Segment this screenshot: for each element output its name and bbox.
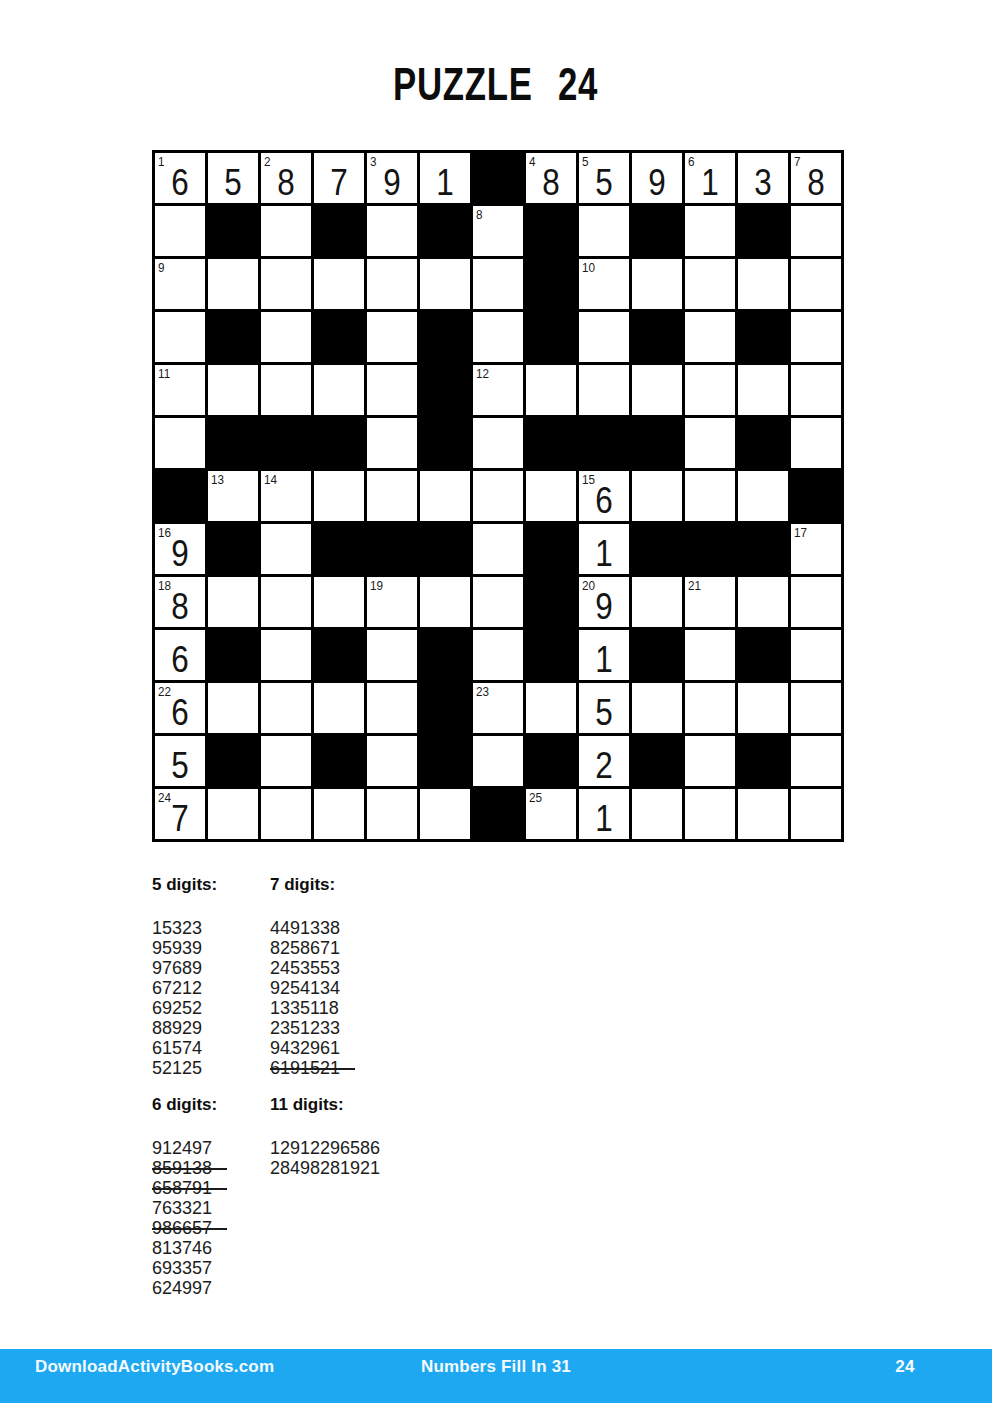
black-cell xyxy=(420,524,470,574)
grid-cell[interactable]: 10 xyxy=(579,259,629,309)
grid-cell[interactable] xyxy=(261,736,311,786)
clue-section-header: 7 digits: xyxy=(270,876,388,894)
clue-list-item: 9254134 xyxy=(270,978,340,998)
grid-cell[interactable]: 1 xyxy=(420,153,470,203)
clue-list-item: 9432961 xyxy=(270,1038,340,1058)
grid-cell[interactable] xyxy=(685,471,735,521)
black-cell xyxy=(632,418,682,468)
grid-cell[interactable]: 61 xyxy=(685,153,735,203)
black-cell xyxy=(738,312,788,362)
grid-cell[interactable] xyxy=(791,206,841,256)
grid-cell[interactable] xyxy=(685,418,735,468)
grid-cell[interactable]: 8 xyxy=(473,206,523,256)
grid-cell[interactable]: 55 xyxy=(579,153,629,203)
cell-digit: 3 xyxy=(742,164,785,201)
grid-cell[interactable] xyxy=(685,259,735,309)
clue-section-header: 5 digits: xyxy=(152,876,270,894)
black-cell xyxy=(208,736,258,786)
footer-page-number: 24 xyxy=(880,1357,930,1377)
black-cell xyxy=(208,524,258,574)
black-cell xyxy=(632,524,682,574)
puzzle-grid: 1652873914855961378891011121314156169117… xyxy=(152,150,844,842)
grid-cell[interactable]: 2 xyxy=(579,736,629,786)
cell-digit: 6 xyxy=(159,641,202,678)
grid-cell[interactable] xyxy=(367,471,417,521)
cell-digit: 5 xyxy=(583,164,626,201)
grid-cell[interactable] xyxy=(261,789,311,839)
black-cell xyxy=(473,789,523,839)
grid-cell[interactable]: 16 xyxy=(155,153,205,203)
grid-cell[interactable] xyxy=(208,789,258,839)
grid-cell[interactable] xyxy=(791,365,841,415)
clue-number: 17 xyxy=(794,526,807,539)
grid-cell[interactable]: 12 xyxy=(473,365,523,415)
black-cell xyxy=(314,524,364,574)
grid-cell[interactable] xyxy=(685,630,735,680)
clue-list: 4491338825867124535539254134133511823512… xyxy=(270,918,388,1078)
black-cell xyxy=(208,630,258,680)
clue-list-item: 52125 xyxy=(152,1058,202,1078)
cell-digit: 6 xyxy=(583,482,626,519)
cell-digit: 1 xyxy=(424,164,467,201)
grid-cell[interactable] xyxy=(738,789,788,839)
grid-cell[interactable] xyxy=(314,471,364,521)
grid-cell[interactable]: 11 xyxy=(155,365,205,415)
clue-list-item: 2351233 xyxy=(270,1018,340,1038)
grid-cell[interactable] xyxy=(791,577,841,627)
cell-digit: 2 xyxy=(583,747,626,784)
clue-section-header: 6 digits: xyxy=(152,1096,270,1114)
clue-list-item: 88929 xyxy=(152,1018,202,1038)
black-cell xyxy=(314,312,364,362)
cell-digit: 9 xyxy=(159,535,202,572)
clue-list: 1291229658628498281921 xyxy=(270,1138,388,1178)
grid-cell[interactable]: 188 xyxy=(155,577,205,627)
black-cell xyxy=(420,365,470,415)
cell-digit: 1 xyxy=(583,641,626,678)
grid-cell[interactable] xyxy=(420,789,470,839)
clue-list-item: 67212 xyxy=(152,978,202,998)
grid-cell[interactable] xyxy=(261,577,311,627)
clue-number: 19 xyxy=(370,579,383,592)
cell-digit: 6 xyxy=(159,694,202,731)
grid-cell[interactable] xyxy=(632,577,682,627)
clue-number: 14 xyxy=(264,473,277,486)
grid-cell[interactable] xyxy=(473,312,523,362)
grid-cell[interactable] xyxy=(314,577,364,627)
grid-cell[interactable] xyxy=(208,683,258,733)
cell-digit: 1 xyxy=(689,164,732,201)
grid-cell[interactable] xyxy=(526,471,576,521)
black-cell xyxy=(208,206,258,256)
black-cell xyxy=(579,418,629,468)
grid-cell[interactable] xyxy=(579,365,629,415)
grid-cell[interactable]: 28 xyxy=(261,153,311,203)
grid-cell[interactable]: 209 xyxy=(579,577,629,627)
grid-cell[interactable] xyxy=(632,683,682,733)
grid-cell[interactable] xyxy=(261,206,311,256)
black-cell xyxy=(738,630,788,680)
cell-digit: 8 xyxy=(159,588,202,625)
grid-cell[interactable]: 14 xyxy=(261,471,311,521)
clue-list-item: 1335118 xyxy=(270,998,339,1018)
black-cell xyxy=(155,471,205,521)
grid-cell[interactable] xyxy=(420,259,470,309)
black-cell xyxy=(208,312,258,362)
grid-cell[interactable] xyxy=(208,577,258,627)
clue-lists-row-1: 5 digits: 153239593997689672126925288929… xyxy=(152,876,388,1078)
grid-cell[interactable]: 169 xyxy=(155,524,205,574)
cell-digit: 6 xyxy=(159,164,202,201)
grid-cell[interactable] xyxy=(261,365,311,415)
grid-cell[interactable] xyxy=(738,471,788,521)
clue-list-item: 2453553 xyxy=(270,958,340,978)
cell-digit: 9 xyxy=(636,164,679,201)
clue-list: 9124978591386587917633219866578137466933… xyxy=(152,1138,270,1298)
cell-digit: 7 xyxy=(318,164,361,201)
grid-cell[interactable] xyxy=(314,259,364,309)
grid-cell[interactable] xyxy=(208,365,258,415)
clue-section-6-digits: 6 digits: 912497859138658791763321986657… xyxy=(152,1096,270,1298)
grid-cell[interactable]: 1 xyxy=(579,789,629,839)
cell-digit: 5 xyxy=(212,164,255,201)
clue-list-item: 912497 xyxy=(152,1138,212,1158)
clue-number: 8 xyxy=(476,208,483,221)
grid-cell[interactable] xyxy=(367,418,417,468)
black-cell xyxy=(473,153,523,203)
black-cell xyxy=(738,206,788,256)
clue-number: 13 xyxy=(211,473,224,486)
black-cell xyxy=(420,630,470,680)
grid-cell[interactable]: 5 xyxy=(208,153,258,203)
grid-cell[interactable] xyxy=(155,206,205,256)
grid-cell[interactable] xyxy=(473,471,523,521)
black-cell xyxy=(738,736,788,786)
clue-section-header: 11 digits: xyxy=(270,1096,388,1114)
grid-cell[interactable] xyxy=(261,630,311,680)
clue-list-item: 813746 xyxy=(152,1238,212,1258)
black-cell xyxy=(791,471,841,521)
grid-cell[interactable] xyxy=(685,789,735,839)
clue-number: 21 xyxy=(688,579,701,592)
black-cell xyxy=(367,524,417,574)
grid-cell[interactable] xyxy=(367,789,417,839)
grid-cell[interactable]: 23 xyxy=(473,683,523,733)
cell-digit: 9 xyxy=(583,588,626,625)
clue-list-item: 4491338 xyxy=(270,918,340,938)
grid-cell[interactable] xyxy=(791,259,841,309)
footer-book-title: Numbers Fill In 31 xyxy=(0,1357,992,1377)
black-cell xyxy=(314,206,364,256)
black-cell xyxy=(420,683,470,733)
cell-digit: 1 xyxy=(583,535,626,572)
grid-cell[interactable]: 1 xyxy=(579,630,629,680)
grid-cell[interactable]: 226 xyxy=(155,683,205,733)
grid-cell[interactable] xyxy=(791,789,841,839)
clue-list-item: 15323 xyxy=(152,918,202,938)
black-cell xyxy=(420,736,470,786)
grid-cell[interactable] xyxy=(261,312,311,362)
black-cell xyxy=(632,312,682,362)
clue-number: 9 xyxy=(158,261,165,274)
footer: DownloadActivityBooks.com Numbers Fill I… xyxy=(0,1349,992,1403)
grid-cell[interactable]: 78 xyxy=(791,153,841,203)
grid-cell[interactable] xyxy=(738,683,788,733)
grid-cell[interactable]: 6 xyxy=(155,630,205,680)
grid-cell[interactable] xyxy=(579,312,629,362)
cell-digit: 5 xyxy=(159,747,202,784)
grid-cell[interactable]: 5 xyxy=(155,736,205,786)
grid-cell[interactable] xyxy=(314,683,364,733)
grid-cell[interactable] xyxy=(791,683,841,733)
grid-cell[interactable]: 7 xyxy=(314,153,364,203)
page-header: PUZZLE 24 xyxy=(0,56,992,111)
grid-cell[interactable] xyxy=(685,365,735,415)
cell-digit: 9 xyxy=(371,164,414,201)
clue-list-item: 69252 xyxy=(152,998,202,1018)
clue-section-7-digits: 7 digits: 449133882586712453553925413413… xyxy=(270,876,388,1078)
grid-cell[interactable] xyxy=(473,259,523,309)
clue-list-item: 693357 xyxy=(152,1258,212,1278)
grid-cell[interactable] xyxy=(632,259,682,309)
black-cell xyxy=(738,418,788,468)
grid-cell[interactable] xyxy=(367,365,417,415)
black-cell xyxy=(632,630,682,680)
grid-cell[interactable]: 39 xyxy=(367,153,417,203)
grid-cell[interactable] xyxy=(791,418,841,468)
black-cell xyxy=(526,524,576,574)
grid-cell[interactable] xyxy=(738,259,788,309)
clue-list-item: 61574 xyxy=(152,1038,202,1058)
cell-digit: 8 xyxy=(530,164,573,201)
clue-list-item-struck: 859138 xyxy=(152,1158,227,1178)
cell-digit: 5 xyxy=(583,694,626,731)
grid-cell[interactable] xyxy=(208,259,258,309)
grid-cell[interactable] xyxy=(791,736,841,786)
clue-lists-row-2: 6 digits: 912497859138658791763321986657… xyxy=(152,1096,388,1298)
black-cell xyxy=(314,418,364,468)
grid-cell[interactable] xyxy=(579,206,629,256)
grid-cell[interactable] xyxy=(261,524,311,574)
clue-section-5-digits: 5 digits: 153239593997689672126925288929… xyxy=(152,876,270,1078)
grid-cell[interactable] xyxy=(632,789,682,839)
grid-cell[interactable]: 156 xyxy=(579,471,629,521)
clue-list-item: 763321 xyxy=(152,1198,212,1218)
grid-cell[interactable] xyxy=(685,312,735,362)
cell-digit: 8 xyxy=(795,164,838,201)
page-title: PUZZLE 24 xyxy=(393,56,598,111)
clue-list-item-struck: 6191521 xyxy=(270,1058,355,1078)
black-cell xyxy=(208,418,258,468)
black-cell xyxy=(261,418,311,468)
clue-list-item: 28498281921 xyxy=(270,1158,380,1178)
black-cell xyxy=(526,206,576,256)
grid-cell[interactable] xyxy=(738,577,788,627)
grid-cell[interactable]: 1 xyxy=(579,524,629,574)
grid-cell[interactable] xyxy=(367,683,417,733)
clue-section-11-digits: 11 digits: 1291229658628498281921 xyxy=(270,1096,388,1298)
grid-cell[interactable]: 13 xyxy=(208,471,258,521)
grid-cell[interactable] xyxy=(367,259,417,309)
clue-list-item: 624997 xyxy=(152,1278,212,1298)
clue-number: 25 xyxy=(529,791,542,804)
grid-cell[interactable] xyxy=(367,312,417,362)
black-cell xyxy=(526,312,576,362)
grid-cell[interactable] xyxy=(526,365,576,415)
grid-cell[interactable] xyxy=(526,683,576,733)
grid-cell[interactable] xyxy=(791,630,841,680)
grid-cell[interactable] xyxy=(314,789,364,839)
clue-list-item-struck: 658791 xyxy=(152,1178,227,1198)
grid-cell[interactable]: 9 xyxy=(155,259,205,309)
grid-cell[interactable]: 21 xyxy=(685,577,735,627)
cell-digit: 8 xyxy=(265,164,308,201)
black-cell xyxy=(526,577,576,627)
black-cell xyxy=(526,418,576,468)
grid-cell[interactable] xyxy=(473,524,523,574)
grid-cell[interactable] xyxy=(155,418,205,468)
grid-cell[interactable] xyxy=(791,312,841,362)
grid-cell[interactable] xyxy=(685,736,735,786)
cell-digit: 7 xyxy=(159,800,202,837)
clue-number: 10 xyxy=(582,261,595,274)
black-cell xyxy=(526,736,576,786)
clue-list-item: 97689 xyxy=(152,958,202,978)
grid-cell[interactable] xyxy=(314,365,364,415)
clue-list-item: 12912296586 xyxy=(270,1138,380,1158)
grid-cell[interactable] xyxy=(420,471,470,521)
grid-cell[interactable] xyxy=(367,736,417,786)
grid-cell[interactable]: 5 xyxy=(579,683,629,733)
black-cell xyxy=(526,630,576,680)
clue-list-item: 95939 xyxy=(152,938,202,958)
clue-number: 11 xyxy=(158,367,170,380)
grid-cell[interactable] xyxy=(685,683,735,733)
grid-cell[interactable] xyxy=(473,630,523,680)
grid-cell[interactable] xyxy=(473,736,523,786)
black-cell xyxy=(420,206,470,256)
black-cell xyxy=(314,736,364,786)
black-cell xyxy=(685,524,735,574)
clue-list-item: 8258671 xyxy=(270,938,340,958)
cell-digit: 1 xyxy=(583,800,626,837)
grid-cell[interactable] xyxy=(420,577,470,627)
clue-list-item-struck: 986657 xyxy=(152,1218,227,1238)
grid-cell[interactable]: 25 xyxy=(526,789,576,839)
black-cell xyxy=(314,630,364,680)
grid-cell[interactable] xyxy=(367,206,417,256)
grid-cell[interactable]: 247 xyxy=(155,789,205,839)
grid-cell[interactable] xyxy=(261,259,311,309)
grid-cell[interactable] xyxy=(632,471,682,521)
clue-number: 23 xyxy=(476,685,489,698)
grid-cell[interactable]: 3 xyxy=(738,153,788,203)
grid-cell[interactable] xyxy=(685,206,735,256)
black-cell xyxy=(738,524,788,574)
grid-cell[interactable]: 48 xyxy=(526,153,576,203)
grid-cell[interactable] xyxy=(738,365,788,415)
grid-cell[interactable] xyxy=(367,630,417,680)
grid-cell[interactable] xyxy=(473,418,523,468)
grid-cell[interactable]: 19 xyxy=(367,577,417,627)
grid-cell[interactable]: 9 xyxy=(632,153,682,203)
grid-cell[interactable] xyxy=(473,577,523,627)
clue-list: 1532395939976896721269252889296157452125 xyxy=(152,918,270,1078)
grid-cell[interactable]: 17 xyxy=(791,524,841,574)
grid-cell[interactable] xyxy=(155,312,205,362)
black-cell xyxy=(526,259,576,309)
black-cell xyxy=(632,206,682,256)
black-cell xyxy=(632,736,682,786)
grid-cell[interactable] xyxy=(261,683,311,733)
black-cell xyxy=(420,312,470,362)
black-cell xyxy=(420,418,470,468)
grid-cell[interactable] xyxy=(632,365,682,415)
clue-number: 12 xyxy=(476,367,489,380)
